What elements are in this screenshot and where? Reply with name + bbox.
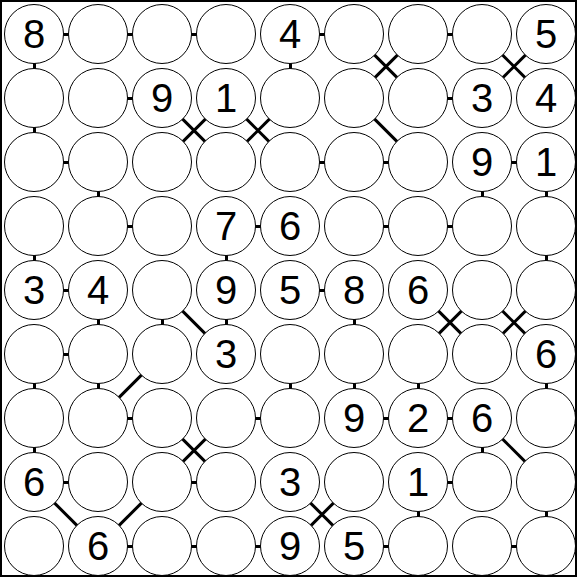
puzzle-board: 8459134917634958636926631695	[0, 0, 577, 577]
given-digit: 9	[471, 142, 493, 182]
given-digit: 6	[23, 462, 45, 502]
cell-r2c5[interactable]	[324, 132, 384, 192]
given-digit: 9	[151, 78, 173, 118]
cell-r2c8[interactable]: 1	[516, 132, 576, 192]
cell-r2c2[interactable]	[132, 132, 192, 192]
cell-r8c7[interactable]	[452, 516, 512, 576]
given-digit: 4	[279, 14, 301, 54]
given-digit: 1	[215, 78, 237, 118]
cell-r8c2[interactable]	[132, 516, 192, 576]
cell-r6c4[interactable]	[260, 388, 320, 448]
cell-r6c0[interactable]	[4, 388, 64, 448]
given-digit: 2	[407, 398, 429, 438]
cell-r4c3[interactable]: 9	[196, 260, 256, 320]
cell-r6c2[interactable]	[132, 388, 192, 448]
cell-r2c6[interactable]	[388, 132, 448, 192]
given-digit: 5	[535, 14, 557, 54]
cell-r1c0[interactable]	[4, 68, 64, 128]
cell-r3c2[interactable]	[132, 196, 192, 256]
given-digit: 6	[407, 270, 429, 310]
cell-r5c7[interactable]	[452, 324, 512, 384]
cell-r4c6[interactable]: 6	[388, 260, 448, 320]
cell-r2c1[interactable]	[68, 132, 128, 192]
cell-r3c3[interactable]: 7	[196, 196, 256, 256]
given-digit: 3	[471, 78, 493, 118]
cell-r3c0[interactable]	[4, 196, 64, 256]
cell-r8c4[interactable]: 9	[260, 516, 320, 576]
cell-r7c1[interactable]	[68, 452, 128, 512]
cell-r4c8[interactable]	[516, 260, 576, 320]
given-digit: 6	[87, 526, 109, 566]
cell-r3c5[interactable]	[324, 196, 384, 256]
cell-r4c2[interactable]	[132, 260, 192, 320]
cell-r7c0[interactable]: 6	[4, 452, 64, 512]
given-digit: 5	[279, 270, 301, 310]
cell-r7c3[interactable]	[196, 452, 256, 512]
cell-r0c5[interactable]	[324, 4, 384, 64]
cell-r1c7[interactable]: 3	[452, 68, 512, 128]
cell-r4c1[interactable]: 4	[68, 260, 128, 320]
cell-r6c5[interactable]: 9	[324, 388, 384, 448]
cell-r1c8[interactable]: 4	[516, 68, 576, 128]
given-digit: 3	[23, 270, 45, 310]
cell-r0c1[interactable]	[68, 4, 128, 64]
cell-r6c8[interactable]	[516, 388, 576, 448]
given-digit: 9	[215, 270, 237, 310]
cell-r8c3[interactable]	[196, 516, 256, 576]
given-digit: 8	[343, 270, 365, 310]
cell-r0c2[interactable]	[132, 4, 192, 64]
cell-r6c6[interactable]: 2	[388, 388, 448, 448]
cell-r1c5[interactable]	[324, 68, 384, 128]
cell-r0c0[interactable]: 8	[4, 4, 64, 64]
cell-r7c2[interactable]	[132, 452, 192, 512]
cell-r2c0[interactable]	[4, 132, 64, 192]
given-digit: 1	[535, 142, 557, 182]
cell-r6c1[interactable]	[68, 388, 128, 448]
given-digit: 8	[23, 14, 45, 54]
cell-r5c3[interactable]: 3	[196, 324, 256, 384]
cell-r0c8[interactable]: 5	[516, 4, 576, 64]
cell-r4c5[interactable]: 8	[324, 260, 384, 320]
cell-r4c0[interactable]: 3	[4, 260, 64, 320]
given-digit: 6	[535, 334, 557, 374]
cell-r6c3[interactable]	[196, 388, 256, 448]
given-digit: 5	[343, 526, 365, 566]
given-digit: 4	[87, 270, 109, 310]
cell-r7c6[interactable]: 1	[388, 452, 448, 512]
cell-r1c2[interactable]: 9	[132, 68, 192, 128]
cell-r6c7[interactable]: 6	[452, 388, 512, 448]
cell-r1c3[interactable]: 1	[196, 68, 256, 128]
cell-r4c7[interactable]	[452, 260, 512, 320]
cell-r5c5[interactable]	[324, 324, 384, 384]
cell-r8c0[interactable]	[4, 516, 64, 576]
given-digit: 1	[407, 462, 429, 502]
cell-r2c4[interactable]	[260, 132, 320, 192]
cell-r8c8[interactable]	[516, 516, 576, 576]
given-digit: 4	[535, 78, 557, 118]
given-digit: 9	[343, 398, 365, 438]
cell-r3c7[interactable]	[452, 196, 512, 256]
given-digit: 6	[279, 206, 301, 246]
cell-r2c3[interactable]	[196, 132, 256, 192]
cell-r0c3[interactable]	[196, 4, 256, 64]
cell-r3c8[interactable]	[516, 196, 576, 256]
cell-r5c1[interactable]	[68, 324, 128, 384]
cell-r1c4[interactable]	[260, 68, 320, 128]
cell-r3c4[interactable]: 6	[260, 196, 320, 256]
cell-r3c1[interactable]	[68, 196, 128, 256]
cell-r1c6[interactable]	[388, 68, 448, 128]
cell-r8c1[interactable]: 6	[68, 516, 128, 576]
cell-r7c7[interactable]	[452, 452, 512, 512]
cell-r5c0[interactable]	[4, 324, 64, 384]
cell-r5c2[interactable]	[132, 324, 192, 384]
cell-r7c4[interactable]: 3	[260, 452, 320, 512]
cell-r2c7[interactable]: 9	[452, 132, 512, 192]
cell-r0c6[interactable]	[388, 4, 448, 64]
given-digit: 9	[279, 526, 301, 566]
given-digit: 3	[279, 462, 301, 502]
cell-r5c4[interactable]	[260, 324, 320, 384]
cell-r3c6[interactable]	[388, 196, 448, 256]
cell-r8c5[interactable]: 5	[324, 516, 384, 576]
cell-r7c5[interactable]	[324, 452, 384, 512]
cell-r5c8[interactable]: 6	[516, 324, 576, 384]
cell-r4c4[interactable]: 5	[260, 260, 320, 320]
cell-r7c8[interactable]	[516, 452, 576, 512]
cell-r5c6[interactable]	[388, 324, 448, 384]
cell-r0c7[interactable]	[452, 4, 512, 64]
given-digit: 3	[215, 334, 237, 374]
given-digit: 7	[215, 206, 237, 246]
cell-r0c4[interactable]: 4	[260, 4, 320, 64]
given-digit: 6	[471, 398, 493, 438]
cell-r8c6[interactable]	[388, 516, 448, 576]
cell-r1c1[interactable]	[68, 68, 128, 128]
